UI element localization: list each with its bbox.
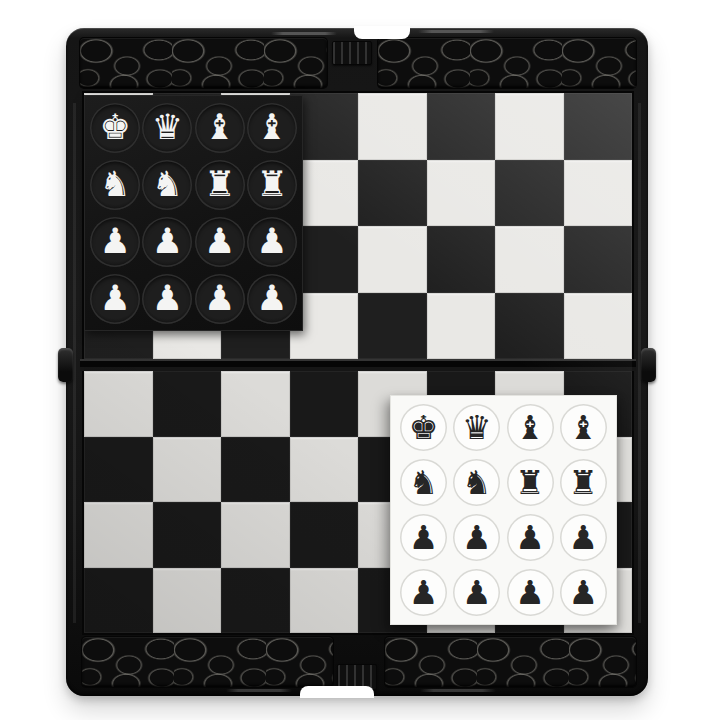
piece-token-black-pawn: ♟ xyxy=(400,514,447,561)
board-square-light xyxy=(153,568,222,634)
black-pawn-glyph: ♟ xyxy=(462,576,492,609)
piece-token-white-rook: ♜ xyxy=(195,160,245,210)
frame-groove xyxy=(73,103,76,623)
white-pawn-glyph: ♟ xyxy=(99,224,130,259)
board-square-dark xyxy=(221,568,290,634)
black-knight-glyph: ♞ xyxy=(462,466,492,499)
board-square-light xyxy=(358,226,427,293)
piece-token-white-rook: ♜ xyxy=(247,160,297,210)
white-king-glyph: ♚ xyxy=(99,110,130,145)
piece-token-white-knight: ♞ xyxy=(90,160,140,210)
piece-token-black-pawn: ♟ xyxy=(453,514,500,561)
top-latch-ridges xyxy=(332,41,372,65)
board-square-dark xyxy=(358,293,427,360)
piece-token-white-pawn: ♟ xyxy=(90,217,140,267)
board-square-dark xyxy=(290,502,359,568)
piece-token-white-knight: ♞ xyxy=(142,160,192,210)
piece-token-white-pawn: ♟ xyxy=(195,217,245,267)
piece-token-white-bishop: ♝ xyxy=(195,103,245,153)
white-pawn-glyph: ♟ xyxy=(204,281,235,316)
white-pawn-glyph: ♟ xyxy=(99,281,130,316)
white-bishop-glyph: ♝ xyxy=(256,110,287,145)
black-king-glyph: ♚ xyxy=(409,411,439,444)
white-pieces-tray: ♚♛♝♝♞♞♜♜♟♟♟♟♟♟♟♟ xyxy=(84,95,303,331)
board-square-dark xyxy=(358,160,427,227)
frame-groove xyxy=(226,689,292,692)
piece-token-black-pawn: ♟ xyxy=(400,569,447,616)
piece-token-white-pawn: ♟ xyxy=(247,217,297,267)
board-square-dark xyxy=(84,437,153,503)
piece-token-black-pawn: ♟ xyxy=(560,514,607,561)
board-square-light xyxy=(290,437,359,503)
piece-token-black-pawn: ♟ xyxy=(507,569,554,616)
black-knight-glyph: ♞ xyxy=(409,466,439,499)
black-pawn-glyph: ♟ xyxy=(462,521,492,554)
board-square-light xyxy=(427,160,496,227)
piece-token-white-king: ♚ xyxy=(90,103,140,153)
board-square-dark xyxy=(495,293,564,360)
white-rook-glyph: ♜ xyxy=(204,167,235,202)
bottom-edge-notch xyxy=(300,686,374,698)
black-pawn-glyph: ♟ xyxy=(569,521,599,554)
white-knight-glyph: ♞ xyxy=(152,167,183,202)
board-square-light xyxy=(358,93,427,160)
frame-groove xyxy=(271,32,337,35)
piece-token-black-rook: ♜ xyxy=(507,459,554,506)
board-square-light xyxy=(427,293,496,360)
product-photo: ♚♛♝♝♞♞♜♜♟♟♟♟♟♟♟♟ ♚♛♝♝♞♞♜♜♟♟♟♟♟♟♟♟ xyxy=(0,0,720,720)
piece-token-black-bishop: ♝ xyxy=(560,404,607,451)
black-rook-glyph: ♜ xyxy=(515,466,545,499)
white-pawn-glyph: ♟ xyxy=(152,281,183,316)
fold-seam xyxy=(80,359,636,371)
piece-token-white-pawn: ♟ xyxy=(247,274,297,324)
piece-token-white-pawn: ♟ xyxy=(90,274,140,324)
white-pawn-glyph: ♟ xyxy=(256,224,287,259)
piece-token-black-pawn: ♟ xyxy=(507,514,554,561)
piece-token-white-queen: ♛ xyxy=(142,103,192,153)
piece-token-black-bishop: ♝ xyxy=(507,404,554,451)
black-pawn-glyph: ♟ xyxy=(515,576,545,609)
white-pawn-glyph: ♟ xyxy=(256,281,287,316)
left-hinge-pin xyxy=(58,348,73,382)
piece-token-black-king: ♚ xyxy=(400,404,447,451)
piece-token-white-pawn: ♟ xyxy=(142,217,192,267)
piece-token-white-pawn: ♟ xyxy=(195,274,245,324)
white-pawn-glyph: ♟ xyxy=(204,224,235,259)
board-square-light xyxy=(84,502,153,568)
white-rook-glyph: ♜ xyxy=(256,167,287,202)
black-pawn-glyph: ♟ xyxy=(515,521,545,554)
croc-texture-bottom-right xyxy=(385,637,636,687)
board-square-light xyxy=(153,437,222,503)
board-square-dark xyxy=(153,371,222,437)
board-square-dark xyxy=(564,226,633,293)
board-square-light xyxy=(564,160,633,227)
white-queen-glyph: ♛ xyxy=(152,110,183,145)
piece-token-black-pawn: ♟ xyxy=(560,569,607,616)
black-pieces-tray: ♚♛♝♝♞♞♜♜♟♟♟♟♟♟♟♟ xyxy=(390,395,617,625)
white-knight-glyph: ♞ xyxy=(99,167,130,202)
board-square-light xyxy=(495,226,564,293)
black-rook-glyph: ♜ xyxy=(569,466,599,499)
black-bishop-glyph: ♝ xyxy=(515,411,545,444)
piece-token-black-pawn: ♟ xyxy=(453,569,500,616)
board-square-dark xyxy=(427,226,496,293)
chess-set-frame: ♚♛♝♝♞♞♜♜♟♟♟♟♟♟♟♟ ♚♛♝♝♞♞♜♜♟♟♟♟♟♟♟♟ xyxy=(66,28,648,696)
board-square-dark xyxy=(564,93,633,160)
white-pawn-glyph: ♟ xyxy=(152,224,183,259)
board-square-dark xyxy=(221,437,290,503)
board-square-light xyxy=(84,371,153,437)
frame-groove xyxy=(418,30,494,33)
piece-token-black-queen: ♛ xyxy=(453,404,500,451)
board-square-light xyxy=(290,568,359,634)
board-square-light xyxy=(564,293,633,360)
board-square-light xyxy=(221,502,290,568)
top-edge-notch xyxy=(354,26,410,39)
frame-groove xyxy=(420,689,496,692)
piece-token-white-bishop: ♝ xyxy=(247,103,297,153)
board-square-dark xyxy=(427,93,496,160)
piece-token-black-knight: ♞ xyxy=(453,459,500,506)
piece-token-white-pawn: ♟ xyxy=(142,274,192,324)
white-bishop-glyph: ♝ xyxy=(204,110,235,145)
piece-token-black-rook: ♜ xyxy=(560,459,607,506)
piece-token-black-knight: ♞ xyxy=(400,459,447,506)
black-pawn-glyph: ♟ xyxy=(409,576,439,609)
croc-texture-bottom-left xyxy=(82,637,333,687)
board-square-dark xyxy=(153,502,222,568)
black-bishop-glyph: ♝ xyxy=(569,411,599,444)
black-pawn-glyph: ♟ xyxy=(569,576,599,609)
croc-texture-top-right xyxy=(378,38,636,88)
black-pawn-glyph: ♟ xyxy=(409,521,439,554)
black-queen-glyph: ♛ xyxy=(462,411,492,444)
board-square-light xyxy=(221,371,290,437)
right-hinge-pin xyxy=(641,348,656,382)
board-square-dark xyxy=(495,160,564,227)
board-square-light xyxy=(495,93,564,160)
board-square-dark xyxy=(84,568,153,634)
croc-texture-top-left xyxy=(80,38,327,88)
board-square-dark xyxy=(290,371,359,437)
